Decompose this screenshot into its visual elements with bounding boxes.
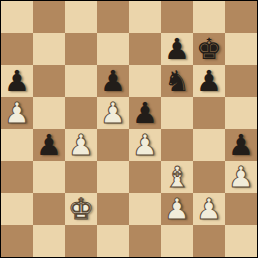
square-a2[interactable] <box>1 193 33 225</box>
square-e1[interactable] <box>129 225 161 257</box>
black-king-piece[interactable]: ♚ <box>196 33 222 65</box>
black-pawn-piece[interactable]: ♟ <box>164 33 190 65</box>
square-h4[interactable]: ♟ <box>225 129 257 161</box>
black-pawn-piece[interactable]: ♟ <box>196 65 222 97</box>
square-f8[interactable] <box>161 1 193 33</box>
square-e7[interactable] <box>129 33 161 65</box>
square-f2[interactable]: ♟ <box>161 193 193 225</box>
square-g7[interactable]: ♚ <box>193 33 225 65</box>
chess-diagram: ♟♚♟♟♞♟♟♟♟♟♟♟♟♝♟♚♟♟ <box>0 0 258 258</box>
square-b2[interactable] <box>33 193 65 225</box>
square-f3[interactable]: ♝ <box>161 161 193 193</box>
white-pawn-piece[interactable]: ♟ <box>164 193 190 225</box>
square-c3[interactable] <box>65 161 97 193</box>
square-c7[interactable] <box>65 33 97 65</box>
square-g8[interactable] <box>193 1 225 33</box>
square-d2[interactable] <box>97 193 129 225</box>
square-h6[interactable] <box>225 65 257 97</box>
square-f6[interactable]: ♞ <box>161 65 193 97</box>
white-king-piece[interactable]: ♚ <box>68 193 94 225</box>
square-g1[interactable] <box>193 225 225 257</box>
square-b6[interactable] <box>33 65 65 97</box>
square-c2[interactable]: ♚ <box>65 193 97 225</box>
square-a6[interactable]: ♟ <box>1 65 33 97</box>
square-b3[interactable] <box>33 161 65 193</box>
square-h3[interactable]: ♟ <box>225 161 257 193</box>
square-a8[interactable] <box>1 1 33 33</box>
square-d3[interactable] <box>97 161 129 193</box>
square-g3[interactable] <box>193 161 225 193</box>
square-a5[interactable]: ♟ <box>1 97 33 129</box>
square-h5[interactable] <box>225 97 257 129</box>
square-c1[interactable] <box>65 225 97 257</box>
white-pawn-piece[interactable]: ♟ <box>68 129 94 161</box>
square-d1[interactable] <box>97 225 129 257</box>
square-h7[interactable] <box>225 33 257 65</box>
square-c4[interactable]: ♟ <box>65 129 97 161</box>
square-c6[interactable] <box>65 65 97 97</box>
square-h8[interactable] <box>225 1 257 33</box>
white-pawn-piece[interactable]: ♟ <box>100 97 126 129</box>
square-g6[interactable]: ♟ <box>193 65 225 97</box>
square-a7[interactable] <box>1 33 33 65</box>
black-pawn-piece[interactable]: ♟ <box>228 129 254 161</box>
square-d4[interactable] <box>97 129 129 161</box>
square-h1[interactable] <box>225 225 257 257</box>
square-a3[interactable] <box>1 161 33 193</box>
white-pawn-piece[interactable]: ♟ <box>196 193 222 225</box>
square-d6[interactable]: ♟ <box>97 65 129 97</box>
white-pawn-piece[interactable]: ♟ <box>132 129 158 161</box>
black-knight-piece[interactable]: ♞ <box>164 65 190 97</box>
square-g4[interactable] <box>193 129 225 161</box>
square-e6[interactable] <box>129 65 161 97</box>
black-pawn-piece[interactable]: ♟ <box>36 129 62 161</box>
square-f5[interactable] <box>161 97 193 129</box>
white-bishop-piece[interactable]: ♝ <box>164 161 190 193</box>
black-pawn-piece[interactable]: ♟ <box>100 65 126 97</box>
square-e3[interactable] <box>129 161 161 193</box>
square-e4[interactable]: ♟ <box>129 129 161 161</box>
square-e2[interactable] <box>129 193 161 225</box>
square-g2[interactable]: ♟ <box>193 193 225 225</box>
square-h2[interactable] <box>225 193 257 225</box>
square-b8[interactable] <box>33 1 65 33</box>
square-d8[interactable] <box>97 1 129 33</box>
square-c8[interactable] <box>65 1 97 33</box>
square-d7[interactable] <box>97 33 129 65</box>
square-b5[interactable] <box>33 97 65 129</box>
square-f7[interactable]: ♟ <box>161 33 193 65</box>
black-pawn-piece[interactable]: ♟ <box>132 97 158 129</box>
chess-board: ♟♚♟♟♞♟♟♟♟♟♟♟♟♝♟♚♟♟ <box>0 0 258 258</box>
square-e5[interactable]: ♟ <box>129 97 161 129</box>
black-pawn-piece[interactable]: ♟ <box>4 65 30 97</box>
square-c5[interactable] <box>65 97 97 129</box>
square-e8[interactable] <box>129 1 161 33</box>
square-b1[interactable] <box>33 225 65 257</box>
square-d5[interactable]: ♟ <box>97 97 129 129</box>
white-pawn-piece[interactable]: ♟ <box>228 161 254 193</box>
square-b4[interactable]: ♟ <box>33 129 65 161</box>
square-g5[interactable] <box>193 97 225 129</box>
white-pawn-piece[interactable]: ♟ <box>4 97 30 129</box>
square-f4[interactable] <box>161 129 193 161</box>
square-b7[interactable] <box>33 33 65 65</box>
square-f1[interactable] <box>161 225 193 257</box>
square-a1[interactable] <box>1 225 33 257</box>
square-a4[interactable] <box>1 129 33 161</box>
